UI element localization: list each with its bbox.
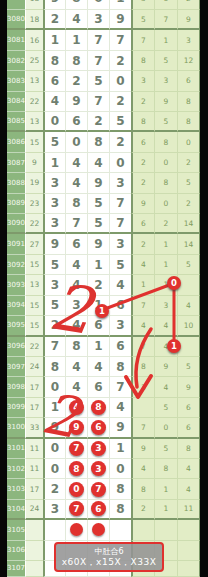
digit-value: 4: [72, 12, 80, 26]
issue-cell: 3092: [7, 255, 25, 275]
digit-cell: [87, 520, 109, 540]
stat-cell: 8: [154, 132, 177, 152]
sum-cell: 13: [25, 71, 43, 91]
digit-cell: 8: [65, 459, 87, 479]
issue-cell: 3086: [7, 132, 25, 152]
digit-cell: 0: [43, 459, 65, 479]
stat-cell: [177, 520, 200, 540]
digit-cell: 8: [65, 51, 87, 71]
digit-cell: 3: [87, 10, 109, 30]
digit-value: 4: [72, 176, 80, 190]
issue-cell: 3080: [7, 10, 25, 30]
issue-cell: 3079: [7, 0, 25, 10]
sum-cell: 27: [25, 234, 43, 254]
digit-cell: 7: [87, 30, 109, 50]
stat-cell: 5: [177, 173, 200, 193]
stat-cell: 4: [177, 296, 200, 316]
stat-cell: 14: [177, 214, 200, 234]
stat-cell: 8: [131, 112, 154, 132]
digit-value: 5: [94, 196, 102, 210]
stat-cell: 14: [177, 234, 200, 254]
digit-value: 7: [94, 94, 102, 108]
issue-cell: 3099: [7, 398, 25, 418]
stat-cell: 1: [131, 275, 154, 295]
digit-cell: 7: [65, 500, 87, 520]
issue-cell: 3100: [7, 418, 25, 438]
digit-value: 1: [72, 33, 80, 47]
stat-cell: 9: [154, 92, 177, 112]
digit-cell: 0: [109, 459, 131, 479]
digit-cell: 5: [87, 214, 109, 234]
stat-cell: 6: [177, 71, 200, 91]
stat-cell: 4: [177, 459, 200, 479]
digit-value: 8: [72, 196, 80, 210]
digit-value: 1: [94, 339, 102, 353]
digit-value: 0: [51, 114, 59, 128]
sum-cell: 9: [25, 153, 43, 173]
stat-cell: 5: [131, 10, 154, 30]
sum-cell: 25: [25, 51, 43, 71]
digit-value: 8: [51, 54, 59, 68]
digit-value: 5: [116, 114, 124, 128]
stat-cell: 9: [177, 377, 200, 397]
stat-cell: 3: [154, 296, 177, 316]
digit-cell: 8: [109, 500, 131, 520]
stat-cell: 6: [177, 418, 200, 438]
digit-value: 9: [72, 94, 80, 108]
digit-cell: 3: [43, 500, 65, 520]
digit-cell: 5: [109, 112, 131, 132]
digit-cell: 7: [87, 479, 109, 499]
sum-cell: 11: [25, 459, 43, 479]
sum-cell: 18: [25, 0, 43, 10]
issue-cell: 3081: [7, 30, 25, 50]
digit-cell: 0: [43, 112, 65, 132]
digit-value: 0: [116, 74, 124, 88]
stat-cell: 6: [131, 214, 154, 234]
digit-cell: 6: [87, 500, 109, 520]
red-circled-digit: 6: [91, 420, 106, 435]
digit-value: 1: [51, 33, 59, 47]
digit-cell: [65, 520, 87, 540]
digit-cell: 7: [109, 214, 131, 234]
stat-cell: 8: [131, 479, 154, 499]
digit-cell: 1: [87, 337, 109, 357]
digit-cell: 2: [109, 132, 131, 152]
stat-cell: 2: [177, 0, 200, 10]
digit-value: 4: [94, 360, 102, 374]
digit-value: 2: [51, 12, 59, 26]
sum-cell: 22: [25, 337, 43, 357]
digit-value: 1: [116, 441, 124, 455]
digit-cell: 7: [65, 214, 87, 234]
digit-cell: 9: [109, 10, 131, 30]
sum-cell: 22: [25, 214, 43, 234]
stat-cell: 4: [177, 479, 200, 499]
digit-value: 3: [51, 176, 59, 190]
digit-cell: 4: [65, 153, 87, 173]
issue-cell: 3083: [7, 71, 25, 91]
prediction-note-title: 中肚合6: [56, 547, 162, 557]
stat-cell: 4: [131, 316, 154, 336]
digit-cell: 3: [109, 316, 131, 336]
issue-cell: 3089: [7, 194, 25, 214]
digit-value: 7: [72, 216, 80, 230]
red-circled-digit: 7: [91, 482, 106, 497]
digit-value: 8: [94, 135, 102, 149]
digit-value: 1: [94, 258, 102, 272]
digit-value: 8: [51, 360, 59, 374]
digit-value: 9: [94, 176, 102, 190]
stat-cell: 3: [154, 71, 177, 91]
stat-cell: 0: [154, 194, 177, 214]
stat-cell: 5: [154, 439, 177, 459]
stat-cell: 0: [154, 418, 177, 438]
digit-cell: 5: [43, 132, 65, 152]
digit-value: 9: [51, 237, 59, 251]
digit-cell: 0: [87, 0, 109, 10]
stat-cell: 1: [154, 234, 177, 254]
digit-value: 8: [116, 502, 124, 516]
digit-value: 8: [72, 54, 80, 68]
digit-cell: 6: [87, 377, 109, 397]
issue-cell: 3094: [7, 296, 25, 316]
digit-cell: 3: [109, 173, 131, 193]
stat-cell: [131, 520, 154, 540]
digit-value: 6: [94, 318, 102, 332]
digit-value: 7: [116, 216, 124, 230]
sum-cell: 13: [25, 275, 43, 295]
sum-cell: 15: [25, 296, 43, 316]
red-badge-1: 1: [95, 304, 109, 318]
stat-cell: 8: [131, 357, 154, 377]
red-circled-digit: 8: [69, 461, 84, 476]
sum-cell: 15: [25, 316, 43, 336]
digit-value: 4: [94, 156, 102, 170]
digit-cell: 7: [87, 92, 109, 112]
stat-cell: 8: [177, 112, 200, 132]
digit-cell: 8: [109, 357, 131, 377]
issue-cell: 3085: [7, 112, 25, 132]
digit-cell: 1: [65, 30, 87, 50]
digit-value: 5: [94, 216, 102, 230]
stat-cell: 8: [154, 459, 177, 479]
digit-value: 2: [72, 74, 80, 88]
digit-cell: 4: [87, 153, 109, 173]
digit-cell: 8: [43, 357, 65, 377]
digit-value: 4: [72, 258, 80, 272]
issue-cell: 3088: [7, 173, 25, 193]
digit-cell: [109, 520, 131, 540]
digit-cell: 1: [109, 439, 131, 459]
sum-cell: [25, 561, 43, 577]
sum-cell: 17: [25, 398, 43, 418]
digit-value: 3: [116, 318, 124, 332]
digit-cell: 4: [65, 357, 87, 377]
issue-cell: 3103: [7, 479, 25, 499]
digit-value: 8: [116, 482, 124, 496]
digit-value: 7: [116, 380, 124, 394]
sum-cell: 18: [25, 10, 43, 30]
digit-value: 0: [116, 156, 124, 170]
digit-cell: 8: [87, 132, 109, 152]
stat-cell: 4: [131, 459, 154, 479]
red-circled-digit: 3: [91, 461, 106, 476]
digit-cell: 4: [65, 10, 87, 30]
digit-cell: 9: [87, 234, 109, 254]
digit-value: 4: [72, 360, 80, 374]
digit-cell: 4: [109, 275, 131, 295]
digit-cell: 3: [43, 214, 65, 234]
stat-cell: 3: [177, 30, 200, 50]
stat-cell: 0: [154, 0, 177, 10]
digit-cell: 3: [87, 439, 109, 459]
digit-value: 2: [116, 94, 124, 108]
digit-cell: 0: [65, 479, 87, 499]
sum-cell: 24: [25, 357, 43, 377]
red-circled-digit: 8: [91, 400, 106, 415]
digit-cell: 5: [87, 194, 109, 214]
digit-value: 3: [116, 176, 124, 190]
stat-cell: 2: [131, 92, 154, 112]
digit-cell: 3: [43, 194, 65, 214]
digit-value: 4: [116, 278, 124, 292]
sum-cell: [25, 541, 43, 561]
sum-cell: 16: [25, 30, 43, 50]
digit-cell: [43, 520, 65, 540]
stat-cell: 5: [177, 255, 200, 275]
digit-cell: 9: [109, 418, 131, 438]
stat-cell: 9: [131, 439, 154, 459]
digit-cell: 2: [87, 112, 109, 132]
issue-cell: 3104: [7, 500, 25, 520]
digit-value: 2: [116, 54, 124, 68]
stat-cell: [177, 561, 200, 577]
digit-cell: 7: [109, 30, 131, 50]
issue-cell: 3084: [7, 92, 25, 112]
digit-cell: 0: [109, 153, 131, 173]
digit-value: 7: [116, 33, 124, 47]
digit-cell: 2: [65, 71, 87, 91]
digit-value: 6: [72, 237, 80, 251]
stat-cell: 1: [154, 479, 177, 499]
digit-value: 6: [94, 380, 102, 394]
digit-cell: 5: [87, 71, 109, 91]
stat-cell: 2: [131, 500, 154, 520]
digit-value: 9: [51, 0, 59, 5]
digit-value: 4: [116, 400, 124, 414]
sum-cell: [25, 520, 43, 540]
red-circled-digit: 0: [69, 482, 84, 497]
digit-cell: 1: [43, 153, 65, 173]
digit-cell: 8: [87, 398, 109, 418]
digit-value: 0: [116, 462, 124, 476]
digit-value: 0: [72, 135, 80, 149]
digit-value: 7: [116, 196, 124, 210]
digit-value: 5: [51, 135, 59, 149]
red-badge-0: 0: [167, 276, 181, 290]
digit-cell: 4: [65, 173, 87, 193]
digit-value: 7: [94, 33, 102, 47]
digit-cell: 6: [65, 112, 87, 132]
issue-cell: 3090: [7, 214, 25, 234]
issue-cell: 3093: [7, 275, 25, 295]
sum-cell: 13: [25, 112, 43, 132]
stat-cell: 10: [177, 316, 200, 336]
stat-cell: 2: [177, 194, 200, 214]
stat-cell: 6: [177, 398, 200, 418]
stat-cell: 3: [131, 377, 154, 397]
issue-cell: 3082: [7, 51, 25, 71]
digit-value: 3: [116, 237, 124, 251]
digit-value: 2: [116, 135, 124, 149]
digit-cell: 7: [87, 51, 109, 71]
digit-cell: 3: [109, 234, 131, 254]
sum-cell: 15: [25, 255, 43, 275]
stat-cell: 2: [177, 153, 200, 173]
issue-cell: 3102: [7, 459, 25, 479]
stat-cell: 0: [177, 132, 200, 152]
digit-cell: 6: [87, 418, 109, 438]
digit-cell: 4: [43, 92, 65, 112]
digit-value: 1: [51, 156, 59, 170]
stat-cell: 5: [177, 357, 200, 377]
prediction-dot: [70, 523, 83, 536]
stat-cell: [177, 541, 200, 561]
prediction-dot: [92, 523, 105, 536]
digit-value: 3: [94, 12, 102, 26]
digit-cell: 1: [109, 0, 131, 10]
issue-cell: 3107: [7, 561, 25, 577]
stat-cell: 5: [154, 51, 177, 71]
digit-value: 9: [116, 420, 124, 434]
sum-cell: 23: [25, 194, 43, 214]
digit-cell: 9: [87, 173, 109, 193]
digit-cell: 6: [65, 234, 87, 254]
digit-cell: 1: [87, 255, 109, 275]
digit-value: 6: [116, 298, 124, 312]
issue-cell: 3106: [7, 541, 25, 561]
digit-cell: 6: [109, 337, 131, 357]
digit-cell: 7: [109, 194, 131, 214]
stat-cell: 5: [154, 112, 177, 132]
digit-value: 6: [72, 114, 80, 128]
stat-cell: 4: [154, 316, 177, 336]
digit-value: 0: [51, 462, 59, 476]
red-circled-digit: 7: [69, 501, 84, 516]
stat-cell: 7: [154, 10, 177, 30]
digit-cell: 9: [43, 234, 65, 254]
digit-value: 7: [94, 54, 102, 68]
stat-cell: 7: [131, 418, 154, 438]
stat-cell: 3: [131, 71, 154, 91]
digit-cell: 2: [109, 51, 131, 71]
stat-cell: 1: [154, 30, 177, 50]
sum-cell: 22: [25, 92, 43, 112]
digit-cell: 3: [43, 173, 65, 193]
issue-cell: 3105: [7, 520, 25, 540]
stat-cell: [131, 398, 154, 418]
stat-cell: 7: [131, 296, 154, 316]
digit-value: 6: [51, 74, 59, 88]
digit-value: 3: [51, 502, 59, 516]
stat-cell: 4: [131, 255, 154, 275]
digit-cell: 4: [109, 398, 131, 418]
stat-cell: 9: [154, 357, 177, 377]
issue-cell: 3087: [7, 153, 25, 173]
sum-cell: 15: [25, 132, 43, 152]
stat-cell: 4: [154, 377, 177, 397]
stat-cell: 7: [131, 337, 154, 357]
stat-cell: 5: [154, 398, 177, 418]
stat-cell: 1: [154, 500, 177, 520]
stat-cell: 1: [154, 255, 177, 275]
stat-cell: 8: [154, 173, 177, 193]
digit-cell: 8: [109, 479, 131, 499]
sum-cell: 24: [25, 500, 43, 520]
digit-cell: 9: [43, 0, 65, 10]
digit-cell: 4: [87, 357, 109, 377]
red-circled-digit: 6: [91, 501, 106, 516]
lottery-trend-chart-screen: 3079189801502308018243957930811611777133…: [0, 0, 208, 577]
digit-cell: 5: [109, 255, 131, 275]
digit-value: 8: [72, 0, 80, 5]
stat-cell: 5: [131, 0, 154, 10]
digit-cell: 6: [43, 71, 65, 91]
digit-cell: 8: [65, 0, 87, 10]
digit-cell: 2: [109, 92, 131, 112]
digit-value: 0: [94, 0, 102, 5]
digit-cell: 3: [87, 459, 109, 479]
issue-cell: 3095: [7, 316, 25, 336]
digit-value: 6: [116, 339, 124, 353]
digit-cell: 8: [65, 194, 87, 214]
digit-cell: 0: [65, 132, 87, 152]
stat-cell: 2: [131, 234, 154, 254]
stat-cell: 11: [177, 500, 200, 520]
digit-value: 3: [51, 216, 59, 230]
digit-value: 2: [94, 114, 102, 128]
sum-cell: 19: [25, 173, 43, 193]
sum-cell: 17: [25, 377, 43, 397]
digit-value: 4: [51, 94, 59, 108]
stat-cell: 9: [177, 10, 200, 30]
digit-value: 5: [94, 74, 102, 88]
digit-cell: 8: [43, 51, 65, 71]
sum-cell: 17: [25, 479, 43, 499]
stat-cell: 2: [131, 153, 154, 173]
issue-cell: 3096: [7, 337, 25, 357]
stat-cell: 8: [177, 92, 200, 112]
digit-cell: 7: [109, 377, 131, 397]
issue-cell: 3097: [7, 357, 25, 377]
prediction-note-patterns: x60X，x15X，X33X: [56, 557, 162, 568]
digit-value: 8: [116, 360, 124, 374]
stat-cell: 12: [177, 51, 200, 71]
digit-value: 1: [116, 0, 124, 5]
digit-value: 4: [72, 156, 80, 170]
stat-cell: 9: [131, 194, 154, 214]
digit-cell: 6: [109, 296, 131, 316]
stat-cell: 7: [131, 30, 154, 50]
digit-cell: 2: [43, 10, 65, 30]
digit-value: 3: [51, 196, 59, 210]
stat-cell: 2: [154, 214, 177, 234]
stat-cell: [154, 520, 177, 540]
digit-value: 2: [51, 482, 59, 496]
red-badge-1b: 1: [167, 339, 181, 353]
red-circled-digit: 3: [91, 441, 106, 456]
